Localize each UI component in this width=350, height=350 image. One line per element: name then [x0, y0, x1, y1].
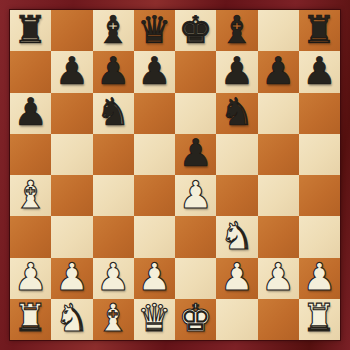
black-knight-piece[interactable]: ♞: [96, 93, 130, 131]
square-c7[interactable]: ♟: [93, 51, 134, 92]
black-bishop-piece[interactable]: ♝: [220, 11, 254, 49]
black-knight-piece[interactable]: ♞: [220, 93, 254, 131]
square-a1[interactable]: ♜: [10, 299, 51, 340]
black-pawn-piece[interactable]: ♟: [137, 52, 171, 90]
square-d6[interactable]: [134, 93, 175, 134]
square-g7[interactable]: ♟: [258, 51, 299, 92]
square-f6[interactable]: ♞: [216, 93, 257, 134]
square-b5[interactable]: [51, 134, 92, 175]
square-b3[interactable]: [51, 216, 92, 257]
square-g1[interactable]: [258, 299, 299, 340]
square-e6[interactable]: [175, 93, 216, 134]
square-f4[interactable]: [216, 175, 257, 216]
square-e5[interactable]: ♟: [175, 134, 216, 175]
square-f2[interactable]: ♟: [216, 258, 257, 299]
square-c5[interactable]: [93, 134, 134, 175]
white-bishop-piece[interactable]: ♝: [96, 299, 130, 337]
square-c6[interactable]: ♞: [93, 93, 134, 134]
square-h1[interactable]: ♜: [299, 299, 340, 340]
square-d7[interactable]: ♟: [134, 51, 175, 92]
square-g2[interactable]: ♟: [258, 258, 299, 299]
square-g5[interactable]: [258, 134, 299, 175]
square-h3[interactable]: [299, 216, 340, 257]
square-f8[interactable]: ♝: [216, 10, 257, 51]
square-f3[interactable]: ♞: [216, 216, 257, 257]
square-b4[interactable]: [51, 175, 92, 216]
square-b2[interactable]: ♟: [51, 258, 92, 299]
chess-board: ♜♝♛♚♝♜♟♟♟♟♟♟♟♞♞♟♝♟♞♟♟♟♟♟♟♟♜♞♝♛♚♜: [10, 10, 340, 340]
square-c3[interactable]: [93, 216, 134, 257]
white-knight-piece[interactable]: ♞: [55, 299, 89, 337]
white-pawn-piece[interactable]: ♟: [220, 258, 254, 296]
square-g8[interactable]: [258, 10, 299, 51]
square-a6[interactable]: ♟: [10, 93, 51, 134]
square-d8[interactable]: ♛: [134, 10, 175, 51]
square-h4[interactable]: [299, 175, 340, 216]
white-rook-piece[interactable]: ♜: [14, 299, 48, 337]
black-king-piece[interactable]: ♚: [179, 11, 213, 49]
square-a3[interactable]: [10, 216, 51, 257]
white-knight-piece[interactable]: ♞: [220, 217, 254, 255]
square-a8[interactable]: ♜: [10, 10, 51, 51]
square-g3[interactable]: [258, 216, 299, 257]
square-g4[interactable]: [258, 175, 299, 216]
square-f5[interactable]: [216, 134, 257, 175]
square-h7[interactable]: ♟: [299, 51, 340, 92]
white-pawn-piece[interactable]: ♟: [137, 258, 171, 296]
square-a4[interactable]: ♝: [10, 175, 51, 216]
square-e7[interactable]: [175, 51, 216, 92]
white-pawn-piece[interactable]: ♟: [14, 258, 48, 296]
square-b7[interactable]: ♟: [51, 51, 92, 92]
white-pawn-piece[interactable]: ♟: [55, 258, 89, 296]
square-e1[interactable]: ♚: [175, 299, 216, 340]
square-a7[interactable]: [10, 51, 51, 92]
black-rook-piece[interactable]: ♜: [302, 11, 336, 49]
square-h8[interactable]: ♜: [299, 10, 340, 51]
square-e8[interactable]: ♚: [175, 10, 216, 51]
square-e4[interactable]: ♟: [175, 175, 216, 216]
square-c2[interactable]: ♟: [93, 258, 134, 299]
black-pawn-piece[interactable]: ♟: [96, 52, 130, 90]
square-d1[interactable]: ♛: [134, 299, 175, 340]
square-h6[interactable]: [299, 93, 340, 134]
board-frame: ♜♝♛♚♝♜♟♟♟♟♟♟♟♞♞♟♝♟♞♟♟♟♟♟♟♟♜♞♝♛♚♜: [0, 0, 350, 350]
square-a2[interactable]: ♟: [10, 258, 51, 299]
black-pawn-piece[interactable]: ♟: [220, 52, 254, 90]
square-b6[interactable]: [51, 93, 92, 134]
black-bishop-piece[interactable]: ♝: [96, 11, 130, 49]
square-f1[interactable]: [216, 299, 257, 340]
white-queen-piece[interactable]: ♛: [137, 299, 171, 337]
black-pawn-piece[interactable]: ♟: [261, 52, 295, 90]
square-b1[interactable]: ♞: [51, 299, 92, 340]
black-pawn-piece[interactable]: ♟: [179, 134, 213, 172]
white-pawn-piece[interactable]: ♟: [302, 258, 336, 296]
square-c8[interactable]: ♝: [93, 10, 134, 51]
square-b8[interactable]: [51, 10, 92, 51]
square-g6[interactable]: [258, 93, 299, 134]
square-a5[interactable]: [10, 134, 51, 175]
black-rook-piece[interactable]: ♜: [14, 11, 48, 49]
square-d2[interactable]: ♟: [134, 258, 175, 299]
black-queen-piece[interactable]: ♛: [137, 11, 171, 49]
square-d4[interactable]: [134, 175, 175, 216]
white-pawn-piece[interactable]: ♟: [261, 258, 295, 296]
square-h2[interactable]: ♟: [299, 258, 340, 299]
square-c1[interactable]: ♝: [93, 299, 134, 340]
black-pawn-piece[interactable]: ♟: [55, 52, 89, 90]
white-bishop-piece[interactable]: ♝: [14, 176, 48, 214]
square-f7[interactable]: ♟: [216, 51, 257, 92]
square-h5[interactable]: [299, 134, 340, 175]
white-pawn-piece[interactable]: ♟: [179, 176, 213, 214]
square-d5[interactable]: [134, 134, 175, 175]
black-pawn-piece[interactable]: ♟: [302, 52, 336, 90]
white-king-piece[interactable]: ♚: [179, 299, 213, 337]
square-e3[interactable]: [175, 216, 216, 257]
square-e2[interactable]: [175, 258, 216, 299]
square-c4[interactable]: [93, 175, 134, 216]
square-d3[interactable]: [134, 216, 175, 257]
white-rook-piece[interactable]: ♜: [302, 299, 336, 337]
white-pawn-piece[interactable]: ♟: [96, 258, 130, 296]
black-pawn-piece[interactable]: ♟: [14, 93, 48, 131]
